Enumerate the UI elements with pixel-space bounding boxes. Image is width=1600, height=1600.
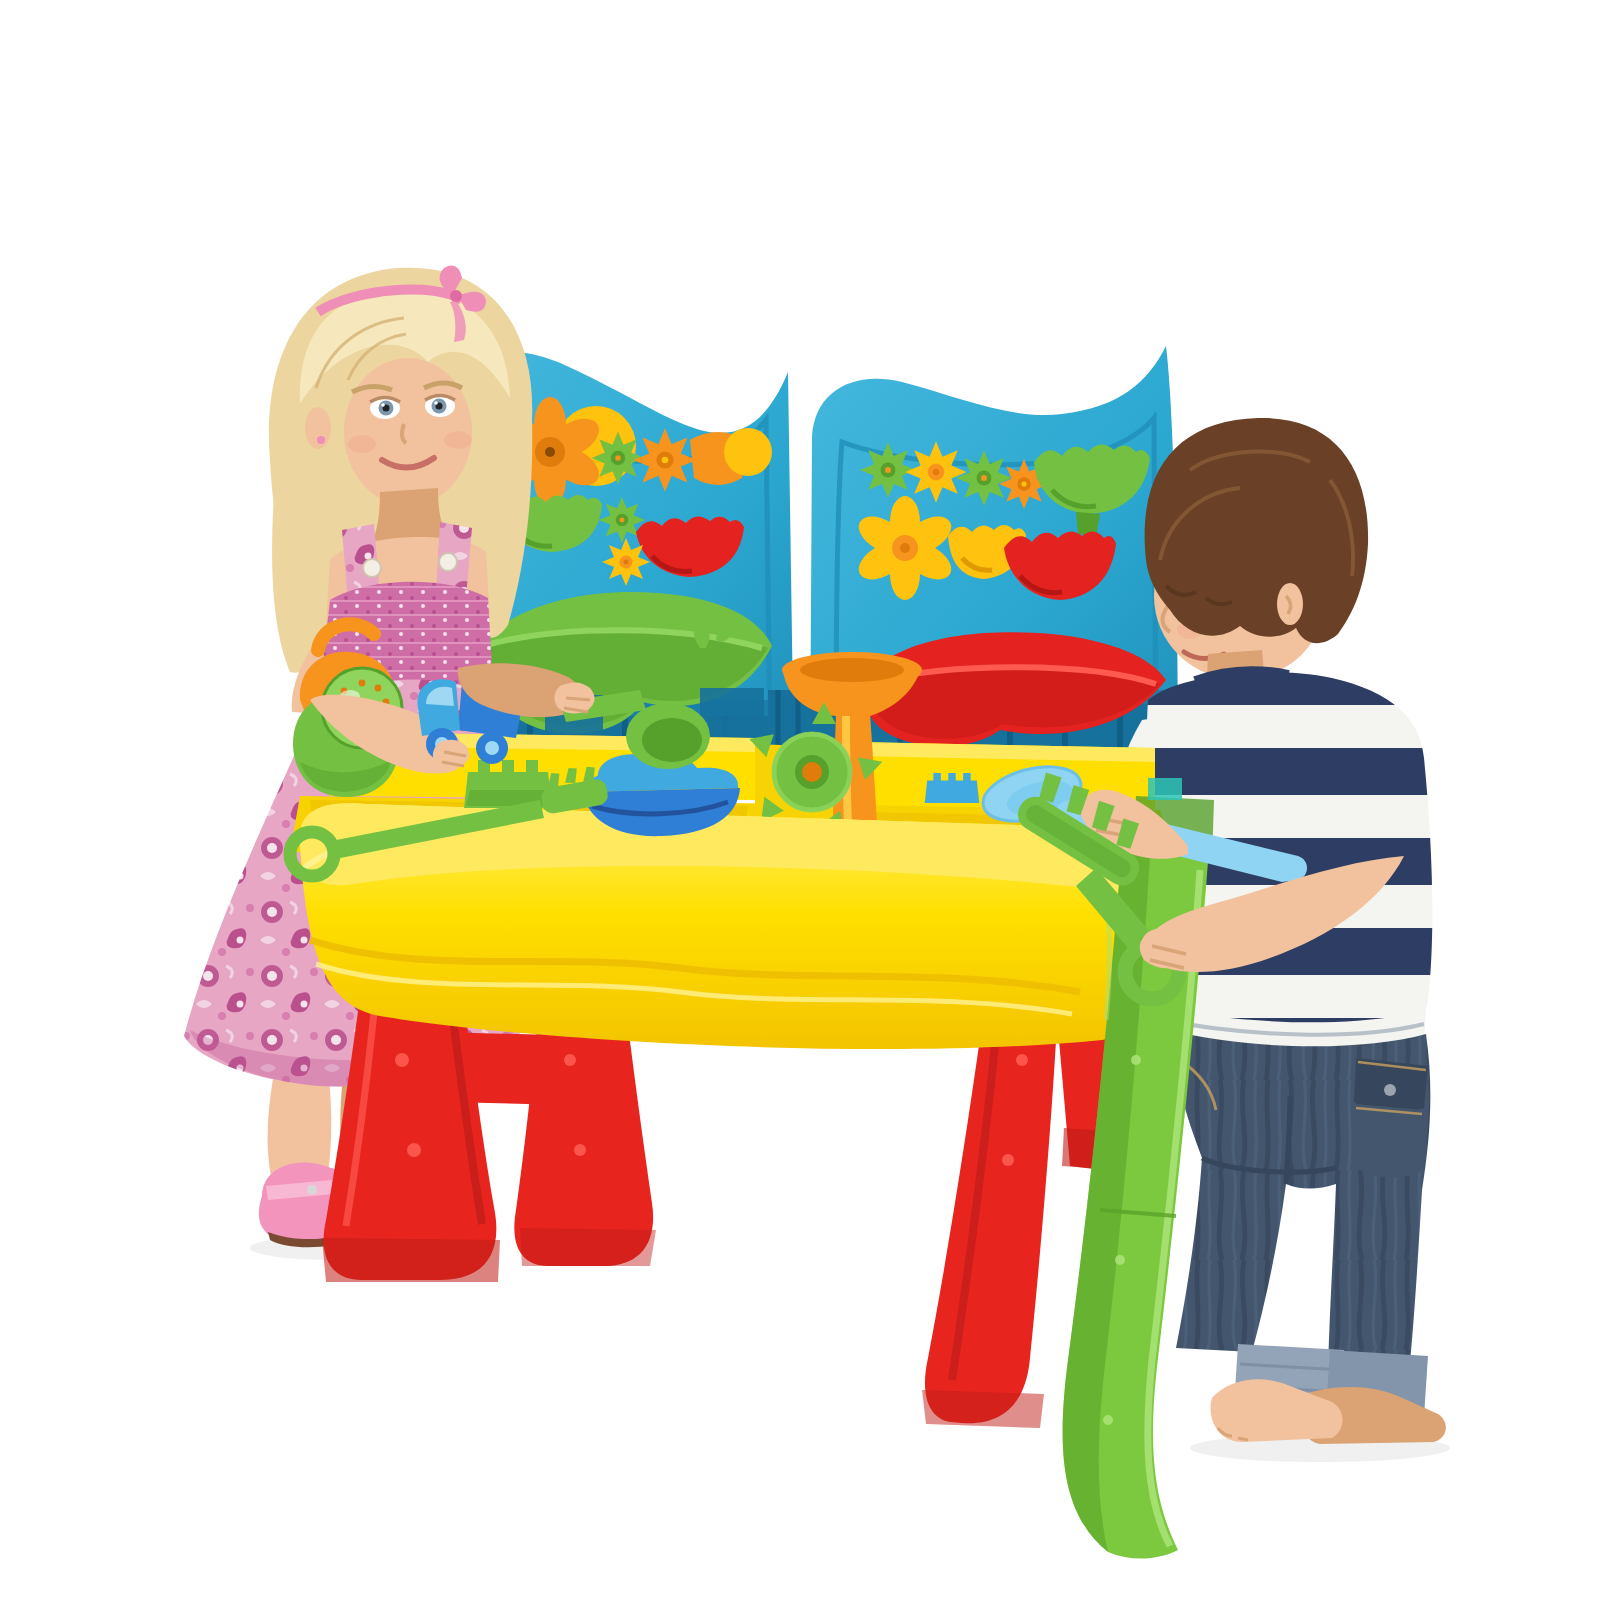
- green-gear: [860, 442, 916, 498]
- green-gear: [956, 450, 1012, 506]
- orange-gear: [633, 428, 696, 491]
- girl-ear: [305, 407, 331, 449]
- girl-dress-button: [439, 553, 457, 571]
- scene-illustration: [0, 0, 1600, 1600]
- yellow-gear: [905, 441, 966, 502]
- girl-dress-button: [363, 559, 381, 577]
- product-photo: [0, 0, 1600, 1600]
- teal-clip: [1148, 778, 1182, 800]
- yellow-gear: [602, 538, 650, 586]
- boy-jeans: [1168, 1030, 1430, 1416]
- boy-cargo-pocket: [1352, 1058, 1428, 1178]
- girl-earring: [317, 436, 325, 444]
- girl-right-eye: [425, 395, 455, 417]
- green-gear: [592, 432, 645, 485]
- girl-left-eye: [370, 397, 400, 419]
